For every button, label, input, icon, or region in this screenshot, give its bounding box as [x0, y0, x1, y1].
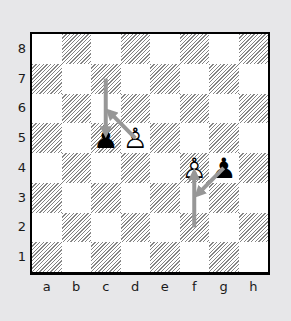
square-b6[interactable] — [62, 94, 92, 124]
square-c4[interactable] — [91, 153, 121, 183]
square-e6[interactable] — [150, 94, 180, 124]
square-h1[interactable] — [239, 242, 269, 272]
square-e8[interactable] — [150, 34, 180, 64]
square-a2[interactable] — [32, 213, 62, 243]
rank-label-4: 4 — [8, 160, 26, 176]
white-pawn-outline: ♙ — [182, 155, 207, 183]
square-g1[interactable] — [209, 242, 239, 272]
square-a4[interactable] — [32, 153, 62, 183]
chess-diagram: ♟♟♙♟♙♟ 87654321 abcdefgh — [0, 0, 291, 321]
square-c7[interactable] — [91, 64, 121, 94]
black-pawn-c5[interactable]: ♟ — [93, 125, 118, 153]
file-label-h: h — [243, 279, 263, 295]
square-f6[interactable] — [180, 94, 210, 124]
black-pawn-glyph: ♟ — [93, 125, 118, 153]
square-g8[interactable] — [209, 34, 239, 64]
white-pawn-outline: ♙ — [123, 125, 148, 153]
white-pawn-f4[interactable]: ♟♙ — [182, 155, 207, 183]
square-e7[interactable] — [150, 64, 180, 94]
square-g2[interactable] — [209, 213, 239, 243]
square-d5[interactable]: ♟♙ — [121, 123, 151, 153]
rank-label-2: 2 — [8, 219, 26, 235]
file-label-a: a — [37, 279, 57, 295]
square-b4[interactable] — [62, 153, 92, 183]
square-e2[interactable] — [150, 213, 180, 243]
file-label-f: f — [184, 279, 204, 295]
square-a1[interactable] — [32, 242, 62, 272]
square-h5[interactable] — [239, 123, 269, 153]
board-frame: ♟♟♙♟♙♟ — [30, 32, 270, 275]
rank-label-8: 8 — [8, 41, 26, 57]
square-b3[interactable] — [62, 183, 92, 213]
square-a6[interactable] — [32, 94, 62, 124]
square-g5[interactable] — [209, 123, 239, 153]
square-h6[interactable] — [239, 94, 269, 124]
file-label-g: g — [214, 279, 234, 295]
square-d1[interactable] — [121, 242, 151, 272]
square-d8[interactable] — [121, 34, 151, 64]
square-a7[interactable] — [32, 64, 62, 94]
rank-label-7: 7 — [8, 71, 26, 87]
rank-label-1: 1 — [8, 249, 26, 265]
square-h7[interactable] — [239, 64, 269, 94]
rank-label-3: 3 — [8, 190, 26, 206]
file-label-e: e — [155, 279, 175, 295]
square-g3[interactable] — [209, 183, 239, 213]
square-d3[interactable] — [121, 183, 151, 213]
square-c5[interactable]: ♟ — [91, 123, 121, 153]
square-a5[interactable] — [32, 123, 62, 153]
square-h4[interactable] — [239, 153, 269, 183]
square-f2[interactable] — [180, 213, 210, 243]
square-b2[interactable] — [62, 213, 92, 243]
file-label-b: b — [66, 279, 86, 295]
square-h2[interactable] — [239, 213, 269, 243]
square-c3[interactable] — [91, 183, 121, 213]
square-c2[interactable] — [91, 213, 121, 243]
square-c6[interactable] — [91, 94, 121, 124]
chess-board: ♟♟♙♟♙♟ — [32, 34, 268, 272]
square-c1[interactable] — [91, 242, 121, 272]
square-f7[interactable] — [180, 64, 210, 94]
rank-label-5: 5 — [8, 130, 26, 146]
file-label-d: d — [125, 279, 145, 295]
square-c8[interactable] — [91, 34, 121, 64]
square-h3[interactable] — [239, 183, 269, 213]
file-label-c: c — [96, 279, 116, 295]
square-d7[interactable] — [121, 64, 151, 94]
square-f8[interactable] — [180, 34, 210, 64]
square-g4[interactable]: ♟ — [209, 153, 239, 183]
square-d6[interactable] — [121, 94, 151, 124]
white-pawn-d5[interactable]: ♟♙ — [123, 125, 148, 153]
black-pawn-glyph: ♟ — [211, 155, 236, 183]
square-g6[interactable] — [209, 94, 239, 124]
square-b7[interactable] — [62, 64, 92, 94]
rank-label-6: 6 — [8, 100, 26, 116]
square-f4[interactable]: ♟♙ — [180, 153, 210, 183]
square-e1[interactable] — [150, 242, 180, 272]
square-g7[interactable] — [209, 64, 239, 94]
square-b8[interactable] — [62, 34, 92, 64]
square-f3[interactable] — [180, 183, 210, 213]
square-d2[interactable] — [121, 213, 151, 243]
square-h8[interactable] — [239, 34, 269, 64]
square-f1[interactable] — [180, 242, 210, 272]
square-d4[interactable] — [121, 153, 151, 183]
square-a8[interactable] — [32, 34, 62, 64]
square-a3[interactable] — [32, 183, 62, 213]
square-f5[interactable] — [180, 123, 210, 153]
square-e3[interactable] — [150, 183, 180, 213]
black-pawn-g4[interactable]: ♟ — [211, 155, 236, 183]
square-e5[interactable] — [150, 123, 180, 153]
square-e4[interactable] — [150, 153, 180, 183]
square-b1[interactable] — [62, 242, 92, 272]
square-b5[interactable] — [62, 123, 92, 153]
